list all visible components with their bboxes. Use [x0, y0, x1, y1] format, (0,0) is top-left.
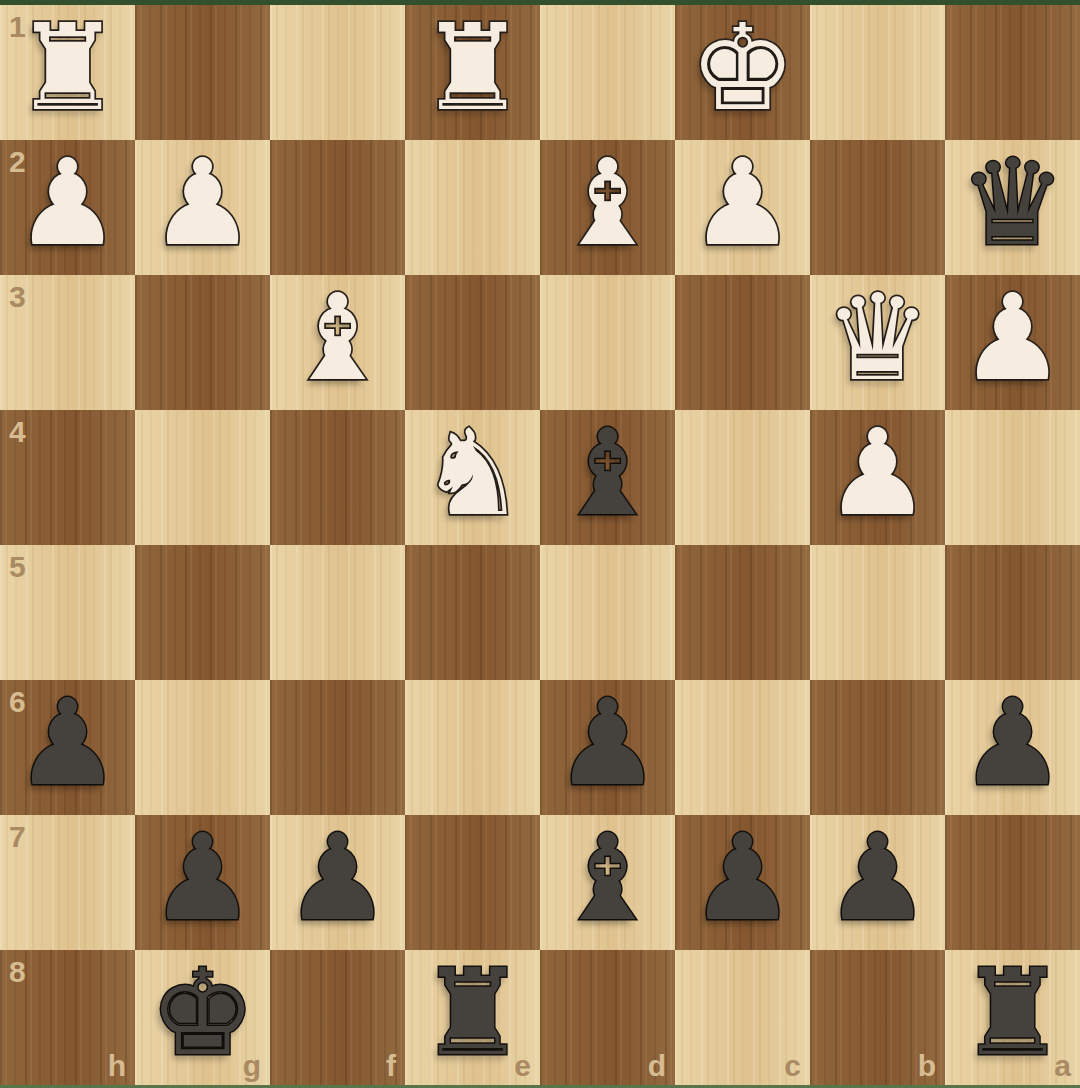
square-e4[interactable]: ♞ [405, 410, 540, 545]
square-h4[interactable]: 4 [0, 410, 135, 545]
square-g8[interactable]: g♚ [135, 950, 270, 1085]
square-c8[interactable]: c [675, 950, 810, 1085]
piece-white-rook-h1[interactable]: ♜ [14, 9, 121, 128]
square-c3[interactable] [675, 275, 810, 410]
square-e6[interactable] [405, 680, 540, 815]
square-e1[interactable]: ♜ [405, 5, 540, 140]
square-g2[interactable]: ♟ [135, 140, 270, 275]
piece-white-rook-e1[interactable]: ♜ [419, 9, 526, 128]
square-f7[interactable]: ♟ [270, 815, 405, 950]
square-b7[interactable]: ♟ [810, 815, 945, 950]
square-b2[interactable] [810, 140, 945, 275]
chess-board: 1♜♜♚2♟♟♝♟♛3♝♛♟4♞♝♟56♟♟♟7♟♟♝♟♟8hg♚fe♜dcba… [0, 5, 1080, 1085]
square-f8[interactable]: f [270, 950, 405, 1085]
square-d7[interactable]: ♝ [540, 815, 675, 950]
piece-black-rook-a8[interactable]: ♜ [959, 954, 1066, 1073]
square-a2[interactable]: ♛ [945, 140, 1080, 275]
square-b3[interactable]: ♛ [810, 275, 945, 410]
square-c1[interactable]: ♚ [675, 5, 810, 140]
square-g7[interactable]: ♟ [135, 815, 270, 950]
piece-white-pawn-c2[interactable]: ♟ [689, 144, 796, 263]
square-b5[interactable] [810, 545, 945, 680]
square-e7[interactable] [405, 815, 540, 950]
square-d6[interactable]: ♟ [540, 680, 675, 815]
piece-black-queen-a2[interactable]: ♛ [959, 144, 1066, 263]
square-a8[interactable]: a♜ [945, 950, 1080, 1085]
rank-label-5: 5 [9, 552, 26, 582]
square-d4[interactable]: ♝ [540, 410, 675, 545]
square-h8[interactable]: 8h [0, 950, 135, 1085]
piece-white-pawn-b4[interactable]: ♟ [824, 414, 931, 533]
square-f4[interactable] [270, 410, 405, 545]
square-a5[interactable] [945, 545, 1080, 680]
square-b6[interactable] [810, 680, 945, 815]
square-b1[interactable] [810, 5, 945, 140]
file-label-d: d [648, 1051, 666, 1081]
square-a3[interactable]: ♟ [945, 275, 1080, 410]
piece-white-pawn-g2[interactable]: ♟ [149, 144, 256, 263]
square-c6[interactable] [675, 680, 810, 815]
square-b4[interactable]: ♟ [810, 410, 945, 545]
piece-black-rook-e8[interactable]: ♜ [419, 954, 526, 1073]
piece-black-king-g8[interactable]: ♚ [149, 954, 256, 1073]
square-d8[interactable]: d [540, 950, 675, 1085]
square-a6[interactable]: ♟ [945, 680, 1080, 815]
square-f2[interactable] [270, 140, 405, 275]
piece-black-pawn-d6[interactable]: ♟ [554, 684, 661, 803]
square-h1[interactable]: 1♜ [0, 5, 135, 140]
square-f6[interactable] [270, 680, 405, 815]
rank-label-7: 7 [9, 822, 26, 852]
rank-label-4: 4 [9, 417, 26, 447]
square-g3[interactable] [135, 275, 270, 410]
file-label-b: b [918, 1051, 936, 1081]
piece-white-bishop-d2[interactable]: ♝ [554, 144, 661, 263]
square-d3[interactable] [540, 275, 675, 410]
square-a4[interactable] [945, 410, 1080, 545]
piece-black-pawn-h6[interactable]: ♟ [14, 684, 121, 803]
piece-black-pawn-c7[interactable]: ♟ [689, 819, 796, 938]
square-g4[interactable] [135, 410, 270, 545]
square-e8[interactable]: e♜ [405, 950, 540, 1085]
square-g5[interactable] [135, 545, 270, 680]
square-c7[interactable]: ♟ [675, 815, 810, 950]
square-h6[interactable]: 6♟ [0, 680, 135, 815]
square-f5[interactable] [270, 545, 405, 680]
square-e2[interactable] [405, 140, 540, 275]
square-d5[interactable] [540, 545, 675, 680]
piece-white-king-c1[interactable]: ♚ [689, 9, 796, 128]
square-c2[interactable]: ♟ [675, 140, 810, 275]
file-label-c: c [784, 1051, 801, 1081]
board-frame: 1♜♜♚2♟♟♝♟♛3♝♛♟4♞♝♟56♟♟♟7♟♟♝♟♟8hg♚fe♜dcba… [0, 0, 1080, 1088]
square-h2[interactable]: 2♟ [0, 140, 135, 275]
square-h5[interactable]: 5 [0, 545, 135, 680]
square-d1[interactable] [540, 5, 675, 140]
square-h7[interactable]: 7 [0, 815, 135, 950]
piece-black-pawn-a6[interactable]: ♟ [959, 684, 1066, 803]
piece-white-queen-b3[interactable]: ♛ [824, 279, 931, 398]
rank-label-3: 3 [9, 282, 26, 312]
square-h3[interactable]: 3 [0, 275, 135, 410]
square-g6[interactable] [135, 680, 270, 815]
square-f3[interactable]: ♝ [270, 275, 405, 410]
piece-white-knight-e4[interactable]: ♞ [419, 414, 526, 533]
square-e5[interactable] [405, 545, 540, 680]
square-c5[interactable] [675, 545, 810, 680]
piece-white-pawn-h2[interactable]: ♟ [14, 144, 121, 263]
file-label-h: h [108, 1051, 126, 1081]
piece-black-pawn-b7[interactable]: ♟ [824, 819, 931, 938]
piece-black-bishop-d7[interactable]: ♝ [554, 819, 661, 938]
piece-black-pawn-f7[interactable]: ♟ [284, 819, 391, 938]
square-a7[interactable] [945, 815, 1080, 950]
square-f1[interactable] [270, 5, 405, 140]
piece-black-bishop-d4[interactable]: ♝ [554, 414, 661, 533]
piece-black-pawn-g7[interactable]: ♟ [149, 819, 256, 938]
square-g1[interactable] [135, 5, 270, 140]
file-label-f: f [386, 1051, 396, 1081]
piece-white-bishop-f3[interactable]: ♝ [284, 279, 391, 398]
piece-white-pawn-a3[interactable]: ♟ [959, 279, 1066, 398]
square-a1[interactable] [945, 5, 1080, 140]
rank-label-8: 8 [9, 957, 26, 987]
square-d2[interactable]: ♝ [540, 140, 675, 275]
square-e3[interactable] [405, 275, 540, 410]
square-b8[interactable]: b [810, 950, 945, 1085]
square-c4[interactable] [675, 410, 810, 545]
